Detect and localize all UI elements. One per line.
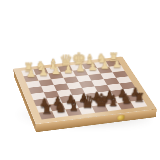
white-pawn-piece[interactable]: ♟ [86,61,99,72]
white-pawn-piece[interactable]: ♟ [74,62,87,73]
white-pawn-piece[interactable]: ♟ [111,58,123,69]
black-rook-piece[interactable]: ♜ [132,92,145,104]
white-pawn-piece[interactable]: ♟ [50,65,63,76]
white-pawn-piece[interactable]: ♟ [37,66,50,77]
square-g8[interactable]: ♞ [52,110,68,118]
square-h8[interactable]: ♜ [39,111,55,119]
square-a8[interactable]: ♜ [131,100,148,108]
white-pawn-piece[interactable]: ♟ [62,64,75,75]
black-rook-piece[interactable]: ♜ [40,103,54,116]
chess-board: ♜♞♝♛♚♝♞♜♟♟♟♟♟♟♟♟♟♟♟♟♟♟♟♟♜♞♝♛♚♝♞♜ [13,57,156,124]
square-f8[interactable]: ♝ [65,108,81,116]
square-e8[interactable]: ♛ [79,106,96,114]
white-pawn-piece[interactable]: ♟ [99,59,112,70]
square-b8[interactable]: ♞ [118,102,135,110]
brass-clasp-icon [117,115,124,120]
black-bishop-piece[interactable]: ♝ [67,97,81,112]
black-knight-piece[interactable]: ♞ [54,100,68,114]
black-knight-piece[interactable]: ♞ [119,92,132,105]
white-pawn-piece[interactable]: ♟ [25,68,38,79]
product-photo[interactable]: ♜♞♝♛♚♝♞♜♟♟♟♟♟♟♟♟♟♟♟♟♟♟♟♟♜♞♝♛♚♝♞♜ [0,0,160,160]
black-king-piece[interactable]: ♚ [93,91,107,109]
board-squares: ♜♞♝♛♚♝♞♜♟♟♟♟♟♟♟♟♟♟♟♟♟♟♟♟♜♞♝♛♚♝♞♜ [21,60,147,119]
black-queen-piece[interactable]: ♛ [80,94,94,111]
